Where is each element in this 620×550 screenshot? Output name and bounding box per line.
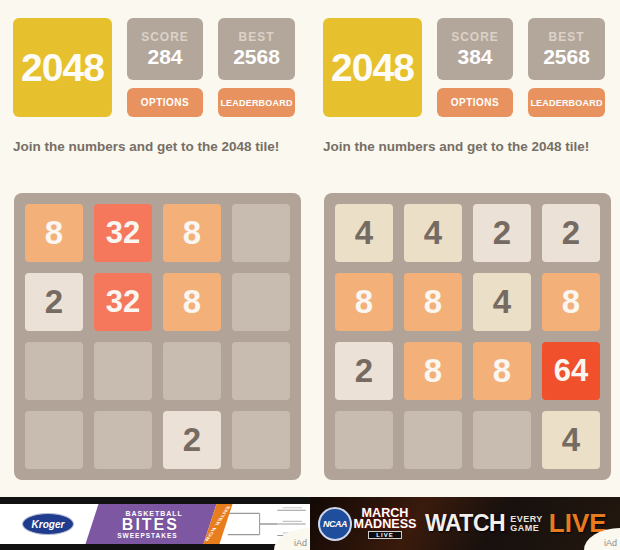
- best-box: BEST 2568: [218, 18, 295, 80]
- tile-2: 2: [542, 204, 600, 262]
- ad-strip: Kroger BASKETBALL BITES SWEEPSTAKES ENTE…: [0, 497, 620, 550]
- tile-8: 8: [473, 342, 531, 400]
- best-box: BEST 2568: [528, 18, 605, 80]
- empty-cell: [94, 342, 152, 400]
- tile-4: 4: [473, 273, 531, 331]
- score-label: SCORE: [451, 30, 499, 44]
- leaderboard-button[interactable]: LEADERBOARD: [218, 88, 295, 117]
- tile-32: 32: [94, 273, 152, 331]
- empty-cell: [232, 273, 290, 331]
- kroger-logo: Kroger: [22, 513, 74, 535]
- board-grid[interactable]: 44228848288644: [324, 193, 611, 480]
- ad-banner-ncaa[interactable]: NCAA MARCH MADNESS LIVE WATCH EVERY GAME…: [310, 497, 620, 550]
- march-madness-logo: MARCH MADNESS LIVE: [355, 508, 415, 539]
- score-value: 384: [457, 45, 492, 69]
- score-box: SCORE 384: [437, 18, 513, 80]
- tile-8: 8: [25, 204, 83, 262]
- tile-32: 32: [94, 204, 152, 262]
- leaderboard-button[interactable]: LEADERBOARD: [528, 88, 605, 117]
- options-button[interactable]: OPTIONS: [127, 88, 203, 117]
- tile-8: 8: [542, 273, 600, 331]
- best-value: 2568: [233, 45, 280, 69]
- tagline: Join the numbers and get to the 2048 til…: [323, 139, 615, 154]
- logo-tile: 2048: [13, 18, 112, 117]
- tile-8: 8: [404, 342, 462, 400]
- tagline: Join the numbers and get to the 2048 til…: [13, 139, 305, 154]
- tile-8: 8: [335, 273, 393, 331]
- empty-cell: [473, 411, 531, 469]
- board-grid[interactable]: 832823282: [14, 193, 301, 480]
- kroger-ad-band: Kroger BASKETBALL BITES SWEEPSTAKES ENTE…: [0, 504, 310, 544]
- tile-2: 2: [25, 273, 83, 331]
- tile-2: 2: [163, 411, 221, 469]
- game-panel-left: 2048 SCORE 284 BEST 2568 OPTIONS LEADERB…: [0, 0, 310, 497]
- empty-cell: [25, 411, 83, 469]
- tile-2: 2: [473, 204, 531, 262]
- ad-banner-kroger[interactable]: Kroger BASKETBALL BITES SWEEPSTAKES ENTE…: [0, 497, 310, 550]
- best-value: 2568: [543, 45, 590, 69]
- game-panel-right: 2048 SCORE 384 BEST 2568 OPTIONS LEADERB…: [310, 0, 620, 497]
- ncaa-logo: NCAA: [318, 507, 352, 541]
- tile-8: 8: [163, 204, 221, 262]
- best-label: BEST: [238, 30, 274, 44]
- tile-2: 2: [335, 342, 393, 400]
- watch-text: WATCH: [425, 510, 505, 537]
- empty-cell: [163, 342, 221, 400]
- empty-cell: [335, 411, 393, 469]
- tile-4: 4: [335, 204, 393, 262]
- tile-8: 8: [404, 273, 462, 331]
- tile-4: 4: [542, 411, 600, 469]
- logo-tile: 2048: [323, 18, 422, 117]
- empty-cell: [232, 204, 290, 262]
- empty-cell: [232, 342, 290, 400]
- score-box: SCORE 284: [127, 18, 203, 80]
- options-button[interactable]: OPTIONS: [437, 88, 513, 117]
- tile-8: 8: [163, 273, 221, 331]
- empty-cell: [232, 411, 290, 469]
- score-label: SCORE: [141, 30, 189, 44]
- tile-4: 4: [404, 204, 462, 262]
- tile-64: 64: [542, 342, 600, 400]
- score-value: 284: [147, 45, 182, 69]
- empty-cell: [25, 342, 83, 400]
- empty-cell: [94, 411, 152, 469]
- bites-banner: BASKETBALL BITES SWEEPSTAKES: [86, 504, 217, 544]
- every-game-text: EVERY GAME: [510, 515, 543, 533]
- dual-2048-app: 2048 SCORE 284 BEST 2568 OPTIONS LEADERB…: [0, 0, 620, 497]
- best-label: BEST: [548, 30, 584, 44]
- empty-cell: [404, 411, 462, 469]
